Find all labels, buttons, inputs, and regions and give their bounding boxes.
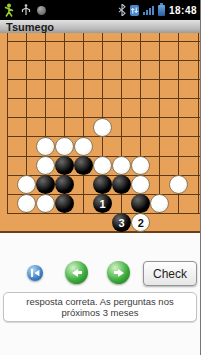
usb-icon bbox=[20, 4, 32, 16]
stone-black bbox=[131, 194, 150, 213]
arrow-right-icon bbox=[118, 269, 124, 277]
stone-black-numbered: 3 bbox=[112, 213, 131, 232]
skip-to-start-button[interactable] bbox=[27, 265, 43, 281]
stone-black-numbered: 1 bbox=[93, 194, 112, 213]
clock: 18:48 bbox=[169, 5, 197, 16]
stone-white bbox=[36, 137, 55, 156]
gray-circle-icon bbox=[37, 6, 46, 15]
arrow-left-stem bbox=[78, 271, 82, 274]
stone-white bbox=[74, 137, 93, 156]
stone-white bbox=[93, 156, 112, 175]
data-icon bbox=[130, 5, 139, 16]
title-bar: Tsumego bbox=[0, 20, 200, 34]
grid-hline bbox=[7, 98, 201, 99]
stone-white bbox=[131, 156, 150, 175]
grid-hline bbox=[7, 60, 201, 61]
skip-triangle-icon bbox=[34, 270, 39, 276]
go-board[interactable]: 132 bbox=[0, 33, 200, 233]
skip-to-start-icon bbox=[31, 269, 33, 277]
check-button[interactable]: Check bbox=[143, 261, 197, 286]
phone-screen: 18:48 Tsumego 132 Check resposta correta… bbox=[0, 0, 200, 355]
bluetooth-icon bbox=[118, 4, 126, 16]
previous-button[interactable] bbox=[65, 261, 88, 284]
stone-black bbox=[55, 156, 74, 175]
check-button-label: Check bbox=[153, 267, 187, 281]
stone-white bbox=[36, 194, 55, 213]
stone-black bbox=[55, 175, 74, 194]
stone-white bbox=[150, 194, 169, 213]
stone-white bbox=[112, 156, 131, 175]
stone-black bbox=[36, 175, 55, 194]
stone-black bbox=[93, 175, 112, 194]
status-bar-left bbox=[0, 3, 118, 17]
app-title: Tsumego bbox=[0, 21, 54, 33]
stone-black bbox=[74, 156, 93, 175]
stone-white bbox=[131, 175, 150, 194]
next-button[interactable] bbox=[107, 261, 130, 284]
status-bar: 18:48 bbox=[0, 0, 200, 20]
stone-white bbox=[55, 137, 74, 156]
grid-hline bbox=[7, 41, 201, 42]
stone-white bbox=[93, 118, 112, 137]
stone-black bbox=[112, 175, 131, 194]
figure-icon bbox=[3, 3, 15, 17]
status-bar-right: 18:48 bbox=[118, 4, 200, 16]
stone-white bbox=[17, 194, 36, 213]
battery-icon bbox=[158, 5, 165, 16]
grid-hline bbox=[7, 79, 201, 80]
stone-white bbox=[17, 175, 36, 194]
stone-white-numbered: 2 bbox=[131, 213, 150, 232]
stone-white bbox=[169, 175, 188, 194]
stone-black bbox=[55, 194, 74, 213]
signal-icon bbox=[143, 5, 154, 15]
stone-white bbox=[36, 156, 55, 175]
message-text: resposta correta. As perguntas nos próxi… bbox=[26, 296, 173, 318]
message-box: resposta correta. As perguntas nos próxi… bbox=[3, 292, 197, 322]
